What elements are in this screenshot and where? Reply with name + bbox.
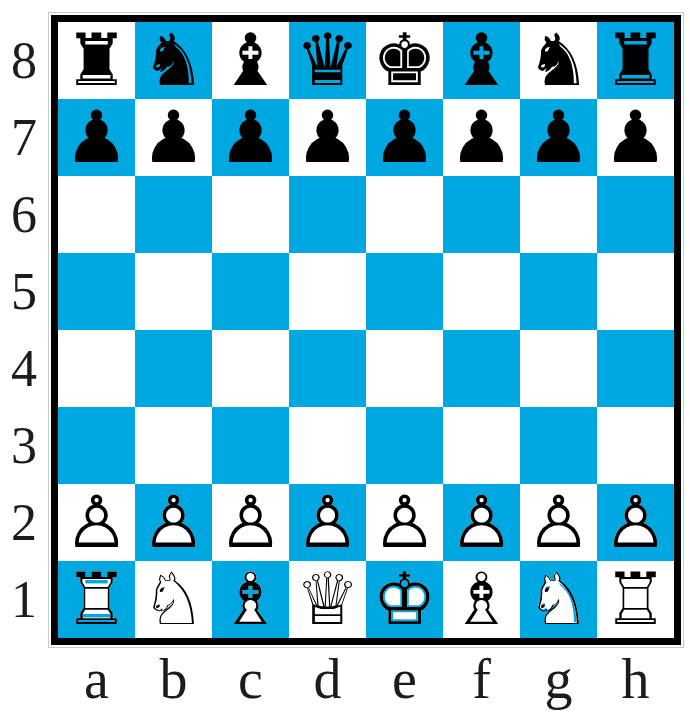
piece-black-queen: ♛ bbox=[289, 22, 366, 99]
square-a6[interactable] bbox=[58, 176, 135, 253]
square-g1[interactable]: ♞♘ bbox=[520, 561, 597, 638]
file-label-b: b bbox=[160, 651, 188, 707]
file-label-f: f bbox=[472, 651, 491, 707]
rank-label-1: 1 bbox=[11, 574, 37, 626]
square-b8[interactable]: ♞ bbox=[135, 22, 212, 99]
piece-black-pawn: ♟ bbox=[289, 99, 366, 176]
piece-black-pawn: ♟ bbox=[520, 99, 597, 176]
piece-black-knight: ♞ bbox=[135, 22, 212, 99]
square-f6[interactable] bbox=[443, 176, 520, 253]
square-h6[interactable] bbox=[597, 176, 674, 253]
piece-white-pawn: ♟♙ bbox=[443, 484, 520, 561]
square-b4[interactable] bbox=[135, 330, 212, 407]
piece-white-pawn: ♟♙ bbox=[58, 484, 135, 561]
square-b7[interactable]: ♟ bbox=[135, 99, 212, 176]
square-d6[interactable] bbox=[289, 176, 366, 253]
piece-white-pawn: ♟♙ bbox=[135, 484, 212, 561]
square-b6[interactable] bbox=[135, 176, 212, 253]
square-g6[interactable] bbox=[520, 176, 597, 253]
square-b1[interactable]: ♞♘ bbox=[135, 561, 212, 638]
square-f2[interactable]: ♟♙ bbox=[443, 484, 520, 561]
square-c1[interactable]: ♝♗ bbox=[212, 561, 289, 638]
file-label-d: d bbox=[314, 651, 342, 707]
square-h5[interactable] bbox=[597, 253, 674, 330]
square-c4[interactable] bbox=[212, 330, 289, 407]
piece-white-king: ♚♔ bbox=[366, 561, 443, 638]
square-g8[interactable]: ♞ bbox=[520, 22, 597, 99]
piece-white-knight: ♞♘ bbox=[135, 561, 212, 638]
file-labels: abcdefgh bbox=[48, 648, 684, 710]
square-c5[interactable] bbox=[212, 253, 289, 330]
piece-black-pawn: ♟ bbox=[212, 99, 289, 176]
square-e2[interactable]: ♟♙ bbox=[366, 484, 443, 561]
piece-white-knight: ♞♘ bbox=[520, 561, 597, 638]
piece-white-rook: ♜♖ bbox=[58, 561, 135, 638]
square-c3[interactable] bbox=[212, 407, 289, 484]
square-c6[interactable] bbox=[212, 176, 289, 253]
file-label-c: c bbox=[238, 651, 263, 707]
square-g5[interactable] bbox=[520, 253, 597, 330]
file-label-e: e bbox=[392, 651, 417, 707]
square-f8[interactable]: ♝ bbox=[443, 22, 520, 99]
piece-white-rook: ♜♖ bbox=[597, 561, 674, 638]
piece-black-pawn: ♟ bbox=[366, 99, 443, 176]
square-d5[interactable] bbox=[289, 253, 366, 330]
square-b3[interactable] bbox=[135, 407, 212, 484]
square-h8[interactable]: ♜ bbox=[597, 22, 674, 99]
square-d7[interactable]: ♟ bbox=[289, 99, 366, 176]
piece-white-pawn: ♟♙ bbox=[289, 484, 366, 561]
piece-black-pawn: ♟ bbox=[597, 99, 674, 176]
rank-labels: 87654321 bbox=[0, 12, 48, 648]
square-h1[interactable]: ♜♖ bbox=[597, 561, 674, 638]
rank-label-6: 6 bbox=[11, 189, 37, 241]
rank-label-5: 5 bbox=[11, 266, 37, 318]
square-f4[interactable] bbox=[443, 330, 520, 407]
square-d2[interactable]: ♟♙ bbox=[289, 484, 366, 561]
square-g7[interactable]: ♟ bbox=[520, 99, 597, 176]
rank-label-3: 3 bbox=[11, 420, 37, 472]
piece-white-pawn: ♟♙ bbox=[597, 484, 674, 561]
square-b2[interactable]: ♟♙ bbox=[135, 484, 212, 561]
square-e8[interactable]: ♚ bbox=[366, 22, 443, 99]
square-f3[interactable] bbox=[443, 407, 520, 484]
square-h2[interactable]: ♟♙ bbox=[597, 484, 674, 561]
square-g2[interactable]: ♟♙ bbox=[520, 484, 597, 561]
square-a2[interactable]: ♟♙ bbox=[58, 484, 135, 561]
square-d3[interactable] bbox=[289, 407, 366, 484]
square-h7[interactable]: ♟ bbox=[597, 99, 674, 176]
piece-black-bishop: ♝ bbox=[212, 22, 289, 99]
square-h3[interactable] bbox=[597, 407, 674, 484]
square-b5[interactable] bbox=[135, 253, 212, 330]
square-h4[interactable] bbox=[597, 330, 674, 407]
square-c2[interactable]: ♟♙ bbox=[212, 484, 289, 561]
piece-white-pawn: ♟♙ bbox=[366, 484, 443, 561]
square-e7[interactable]: ♟ bbox=[366, 99, 443, 176]
file-label-h: h bbox=[622, 651, 650, 707]
piece-black-pawn: ♟ bbox=[58, 99, 135, 176]
square-d1[interactable]: ♛♕ bbox=[289, 561, 366, 638]
piece-black-rook: ♜ bbox=[58, 22, 135, 99]
rank-label-7: 7 bbox=[11, 112, 37, 164]
piece-white-pawn: ♟♙ bbox=[212, 484, 289, 561]
rank-label-2: 2 bbox=[11, 497, 37, 549]
square-e4[interactable] bbox=[366, 330, 443, 407]
square-a7[interactable]: ♟ bbox=[58, 99, 135, 176]
rank-label-8: 8 bbox=[11, 35, 37, 87]
square-e5[interactable] bbox=[366, 253, 443, 330]
rank-label-4: 4 bbox=[11, 343, 37, 395]
square-g4[interactable] bbox=[520, 330, 597, 407]
chess-board: ♜♞♝♛♚♝♞♜♟♟♟♟♟♟♟♟♟♙♟♙♟♙♟♙♟♙♟♙♟♙♟♙♜♖♞♘♝♗♛♕… bbox=[51, 15, 681, 645]
piece-white-bishop: ♝♗ bbox=[443, 561, 520, 638]
piece-white-queen: ♛♕ bbox=[289, 561, 366, 638]
square-a1[interactable]: ♜♖ bbox=[58, 561, 135, 638]
piece-white-pawn: ♟♙ bbox=[520, 484, 597, 561]
piece-black-pawn: ♟ bbox=[443, 99, 520, 176]
piece-black-king: ♚ bbox=[366, 22, 443, 99]
board-layout: 87654321 ♜♞♝♛♚♝♞♜♟♟♟♟♟♟♟♟♟♙♟♙♟♙♟♙♟♙♟♙♟♙♟… bbox=[0, 12, 690, 710]
square-c7[interactable]: ♟ bbox=[212, 99, 289, 176]
square-g3[interactable] bbox=[520, 407, 597, 484]
piece-black-pawn: ♟ bbox=[135, 99, 212, 176]
chess-diagram: 87654321 ♜♞♝♛♚♝♞♜♟♟♟♟♟♟♟♟♟♙♟♙♟♙♟♙♟♙♟♙♟♙♟… bbox=[0, 0, 690, 713]
square-a3[interactable] bbox=[58, 407, 135, 484]
square-e1[interactable]: ♚♔ bbox=[366, 561, 443, 638]
square-f1[interactable]: ♝♗ bbox=[443, 561, 520, 638]
file-label-g: g bbox=[545, 651, 573, 707]
square-a4[interactable] bbox=[58, 330, 135, 407]
square-e3[interactable] bbox=[366, 407, 443, 484]
square-c8[interactable]: ♝ bbox=[212, 22, 289, 99]
square-a8[interactable]: ♜ bbox=[58, 22, 135, 99]
piece-black-knight: ♞ bbox=[520, 22, 597, 99]
file-label-a: a bbox=[84, 651, 109, 707]
piece-white-bishop: ♝♗ bbox=[212, 561, 289, 638]
square-e6[interactable] bbox=[366, 176, 443, 253]
square-a5[interactable] bbox=[58, 253, 135, 330]
square-d8[interactable]: ♛ bbox=[289, 22, 366, 99]
piece-black-rook: ♜ bbox=[597, 22, 674, 99]
square-d4[interactable] bbox=[289, 330, 366, 407]
square-f7[interactable]: ♟ bbox=[443, 99, 520, 176]
piece-black-bishop: ♝ bbox=[443, 22, 520, 99]
square-f5[interactable] bbox=[443, 253, 520, 330]
board-frame: ♜♞♝♛♚♝♞♜♟♟♟♟♟♟♟♟♟♙♟♙♟♙♟♙♟♙♟♙♟♙♟♙♜♖♞♘♝♗♛♕… bbox=[48, 12, 684, 648]
